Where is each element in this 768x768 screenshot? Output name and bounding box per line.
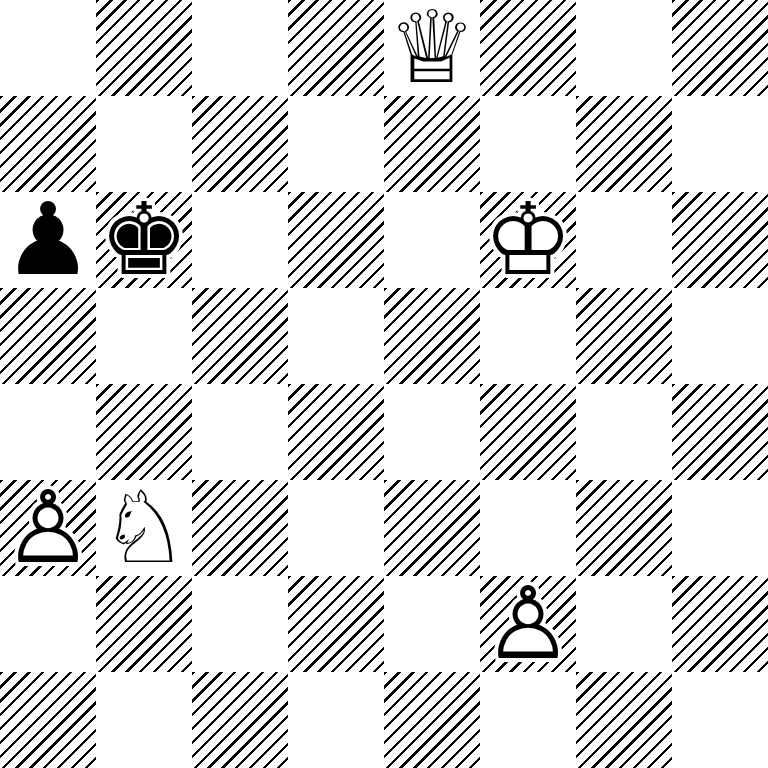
square-g1[interactable] (576, 672, 672, 768)
square-b4[interactable] (96, 384, 192, 480)
square-c3[interactable] (192, 480, 288, 576)
piece-white-pawn[interactable]: ♟♙ (0, 480, 96, 576)
piece-black-pawn[interactable]: ♟♟ (0, 192, 96, 288)
square-c1[interactable] (192, 672, 288, 768)
square-a4[interactable] (0, 384, 96, 480)
square-h3[interactable] (672, 480, 768, 576)
square-h2[interactable] (672, 576, 768, 672)
piece-black-king[interactable]: ♚♚ (96, 192, 192, 288)
square-f1[interactable] (480, 672, 576, 768)
piece-white-king[interactable]: ♚♔ (480, 192, 576, 288)
square-e4[interactable] (384, 384, 480, 480)
square-f2[interactable]: ♟♙ (480, 576, 576, 672)
square-g3[interactable] (576, 480, 672, 576)
square-d4[interactable] (288, 384, 384, 480)
square-g8[interactable] (576, 0, 672, 96)
square-c7[interactable] (192, 96, 288, 192)
square-e8[interactable]: ♛♕ (384, 0, 480, 96)
square-f8[interactable] (480, 0, 576, 96)
square-h7[interactable] (672, 96, 768, 192)
square-d3[interactable] (288, 480, 384, 576)
square-a6[interactable]: ♟♟ (0, 192, 96, 288)
square-a1[interactable] (0, 672, 96, 768)
square-b8[interactable] (96, 0, 192, 96)
square-a8[interactable] (0, 0, 96, 96)
square-a2[interactable] (0, 576, 96, 672)
white-pawn-icon: ♙ (483, 576, 573, 672)
chess-board: ♛♕♟♟♚♚♚♔♟♙♞♘♟♙ (0, 0, 768, 768)
square-b1[interactable] (96, 672, 192, 768)
square-h1[interactable] (672, 672, 768, 768)
square-e3[interactable] (384, 480, 480, 576)
square-h6[interactable] (672, 192, 768, 288)
square-c5[interactable] (192, 288, 288, 384)
square-a3[interactable]: ♟♙ (0, 480, 96, 576)
black-pawn-icon: ♟ (3, 192, 93, 288)
square-g7[interactable] (576, 96, 672, 192)
square-b2[interactable] (96, 576, 192, 672)
square-h5[interactable] (672, 288, 768, 384)
square-g5[interactable] (576, 288, 672, 384)
square-c8[interactable] (192, 0, 288, 96)
piece-white-knight[interactable]: ♞♘ (96, 480, 192, 576)
square-h4[interactable] (672, 384, 768, 480)
square-a7[interactable] (0, 96, 96, 192)
white-knight-icon: ♘ (99, 480, 189, 576)
square-c6[interactable] (192, 192, 288, 288)
square-e2[interactable] (384, 576, 480, 672)
square-d7[interactable] (288, 96, 384, 192)
square-a5[interactable] (0, 288, 96, 384)
square-c4[interactable] (192, 384, 288, 480)
square-g2[interactable] (576, 576, 672, 672)
square-e6[interactable] (384, 192, 480, 288)
square-d8[interactable] (288, 0, 384, 96)
square-f7[interactable] (480, 96, 576, 192)
square-b3[interactable]: ♞♘ (96, 480, 192, 576)
square-b6[interactable]: ♚♚ (96, 192, 192, 288)
square-h8[interactable] (672, 0, 768, 96)
white-pawn-icon: ♙ (3, 480, 93, 576)
piece-white-queen[interactable]: ♛♕ (384, 0, 480, 96)
square-f6[interactable]: ♚♔ (480, 192, 576, 288)
square-c2[interactable] (192, 576, 288, 672)
square-d1[interactable] (288, 672, 384, 768)
square-f3[interactable] (480, 480, 576, 576)
square-b7[interactable] (96, 96, 192, 192)
white-king-icon: ♔ (483, 192, 573, 288)
square-b5[interactable] (96, 288, 192, 384)
white-queen-icon: ♕ (387, 0, 477, 96)
square-f4[interactable] (480, 384, 576, 480)
square-d2[interactable] (288, 576, 384, 672)
square-e7[interactable] (384, 96, 480, 192)
square-d6[interactable] (288, 192, 384, 288)
square-f5[interactable] (480, 288, 576, 384)
black-king-icon: ♚ (99, 192, 189, 288)
square-e1[interactable] (384, 672, 480, 768)
square-g4[interactable] (576, 384, 672, 480)
piece-white-pawn[interactable]: ♟♙ (480, 576, 576, 672)
square-g6[interactable] (576, 192, 672, 288)
square-e5[interactable] (384, 288, 480, 384)
square-d5[interactable] (288, 288, 384, 384)
